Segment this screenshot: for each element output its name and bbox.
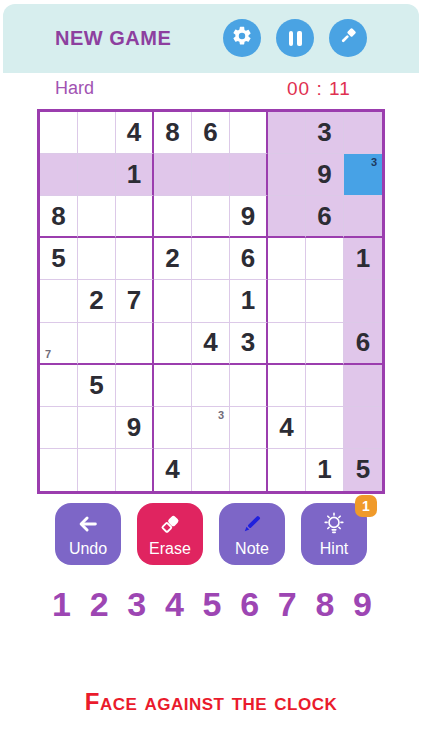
cell-r4c9[interactable]: 1 <box>344 238 382 280</box>
gear-icon <box>231 25 253 51</box>
cell-r3c3[interactable] <box>116 196 154 238</box>
cell-r6c7[interactable] <box>268 323 306 365</box>
cell-r7c7[interactable] <box>268 365 306 407</box>
cell-r4c1[interactable]: 5 <box>40 238 78 280</box>
number-pad: 123456789 <box>52 584 372 625</box>
cell-r1c1[interactable] <box>40 112 78 154</box>
cell-r9c9[interactable]: 5 <box>344 449 382 491</box>
cell-r4c7[interactable] <box>268 238 306 280</box>
footer-tagline: Face against the clock <box>0 688 422 716</box>
erase-button[interactable]: Erase <box>137 503 203 565</box>
cell-r7c1[interactable] <box>40 365 78 407</box>
cell-r5c7[interactable] <box>268 280 306 322</box>
cell-r9c6[interactable] <box>230 449 268 491</box>
page-title: NEW GAME <box>55 27 171 50</box>
cell-r5c8[interactable] <box>306 280 344 322</box>
cell-r9c4[interactable]: 4 <box>154 449 192 491</box>
numpad-4[interactable]: 4 <box>165 584 184 625</box>
cell-r3c6[interactable]: 9 <box>230 196 268 238</box>
cell-r8c5[interactable]: 3 <box>192 407 230 449</box>
pencil-note: 7 <box>45 349 51 360</box>
cell-r2c9[interactable]: 3 <box>344 154 382 196</box>
hint-label: Hint <box>320 540 348 558</box>
cell-r6c9[interactable]: 6 <box>344 323 382 365</box>
cell-r7c2[interactable]: 5 <box>78 365 116 407</box>
cell-r6c6[interactable]: 3 <box>230 323 268 365</box>
numpad-8[interactable]: 8 <box>315 584 334 625</box>
cell-r7c3[interactable] <box>116 365 154 407</box>
cell-r1c2[interactable] <box>78 112 116 154</box>
cell-r6c8[interactable] <box>306 323 344 365</box>
cell-r5c4[interactable] <box>154 280 192 322</box>
cell-r3c5[interactable] <box>192 196 230 238</box>
cell-r1c9[interactable] <box>344 112 382 154</box>
cell-r6c3[interactable] <box>116 323 154 365</box>
undo-arrow-icon <box>75 508 101 540</box>
cell-r6c2[interactable] <box>78 323 116 365</box>
cell-r6c5[interactable]: 4 <box>192 323 230 365</box>
undo-label: Undo <box>69 540 107 558</box>
cell-r5c2[interactable]: 2 <box>78 280 116 322</box>
pencil-icon <box>239 508 265 540</box>
cell-r3c1[interactable]: 8 <box>40 196 78 238</box>
cell-r3c8[interactable]: 6 <box>306 196 344 238</box>
cell-r7c5[interactable] <box>192 365 230 407</box>
cell-r8c3[interactable]: 9 <box>116 407 154 449</box>
cell-r5c3[interactable]: 7 <box>116 280 154 322</box>
cell-r1c7[interactable] <box>268 112 306 154</box>
cell-r2c4[interactable] <box>154 154 192 196</box>
cell-r4c4[interactable]: 2 <box>154 238 192 280</box>
cell-r8c4[interactable] <box>154 407 192 449</box>
numpad-3[interactable]: 3 <box>127 584 146 625</box>
timer: 00 : 11 <box>287 78 351 100</box>
cell-r2c8[interactable]: 9 <box>306 154 344 196</box>
cell-r1c3[interactable]: 4 <box>116 112 154 154</box>
cell-r9c2[interactable] <box>78 449 116 491</box>
numpad-7[interactable]: 7 <box>278 584 297 625</box>
cell-r1c5[interactable]: 6 <box>192 112 230 154</box>
eraser-icon <box>157 508 183 540</box>
pencil-note: 3 <box>371 157 377 168</box>
cell-r9c8[interactable]: 1 <box>306 449 344 491</box>
note-button[interactable]: Note <box>219 503 285 565</box>
hint-button[interactable]: Hint 1 <box>301 503 367 565</box>
note-label: Note <box>235 540 269 558</box>
cell-r7c4[interactable] <box>154 365 192 407</box>
cell-r9c5[interactable] <box>192 449 230 491</box>
cell-r6c1[interactable]: 7 <box>40 323 78 365</box>
pause-icon <box>289 31 302 46</box>
cell-r8c9[interactable] <box>344 407 382 449</box>
pause-button[interactable] <box>276 19 314 57</box>
cell-r9c3[interactable] <box>116 449 154 491</box>
cell-r3c4[interactable] <box>154 196 192 238</box>
numpad-2[interactable]: 2 <box>90 584 109 625</box>
numpad-9[interactable]: 9 <box>353 584 372 625</box>
cell-r8c7[interactable]: 4 <box>268 407 306 449</box>
cell-r1c8[interactable]: 3 <box>306 112 344 154</box>
cell-r9c1[interactable] <box>40 449 78 491</box>
numpad-5[interactable]: 5 <box>203 584 222 625</box>
numpad-6[interactable]: 6 <box>240 584 259 625</box>
cell-r5c5[interactable] <box>192 280 230 322</box>
cell-r8c2[interactable] <box>78 407 116 449</box>
cell-r3c9[interactable] <box>344 196 382 238</box>
cell-r1c6[interactable] <box>230 112 268 154</box>
pencil-note: 3 <box>218 410 224 421</box>
cell-r2c7[interactable] <box>268 154 306 196</box>
erase-label: Erase <box>149 540 191 558</box>
cell-r1c4[interactable]: 8 <box>154 112 192 154</box>
cell-r2c6[interactable] <box>230 154 268 196</box>
cell-r8c1[interactable] <box>40 407 78 449</box>
cell-r2c1[interactable] <box>40 154 78 196</box>
cell-r4c3[interactable] <box>116 238 154 280</box>
cell-r8c6[interactable] <box>230 407 268 449</box>
cell-r4c6[interactable]: 6 <box>230 238 268 280</box>
cell-r7c6[interactable] <box>230 365 268 407</box>
cell-r3c7[interactable] <box>268 196 306 238</box>
cell-r7c9[interactable] <box>344 365 382 407</box>
cell-r6c4[interactable] <box>154 323 192 365</box>
cell-r9c7[interactable] <box>268 449 306 491</box>
cell-r5c1[interactable] <box>40 280 78 322</box>
paintbrush-icon <box>337 25 359 51</box>
cell-r4c5[interactable] <box>192 238 230 280</box>
cell-r5c9[interactable] <box>344 280 382 322</box>
app-header: NEW GAME <box>3 4 419 73</box>
theme-button[interactable] <box>329 19 367 57</box>
cell-r2c3[interactable]: 1 <box>116 154 154 196</box>
cell-r4c8[interactable] <box>306 238 344 280</box>
hint-count-badge: 1 <box>355 495 377 517</box>
cell-r7c8[interactable] <box>306 365 344 407</box>
cell-r2c5[interactable] <box>192 154 230 196</box>
settings-button[interactable] <box>223 19 261 57</box>
cell-r5c6[interactable]: 1 <box>230 280 268 322</box>
cell-r8c8[interactable] <box>306 407 344 449</box>
cell-r4c2[interactable] <box>78 238 116 280</box>
difficulty-label: Hard <box>55 78 94 99</box>
action-toolbar: Undo Erase Note <box>55 503 367 565</box>
undo-button[interactable]: Undo <box>55 503 121 565</box>
sudoku-board: 4863193896526127174365934415 <box>37 109 385 494</box>
cell-r3c2[interactable] <box>78 196 116 238</box>
cell-r2c2[interactable] <box>78 154 116 196</box>
numpad-1[interactable]: 1 <box>52 584 71 625</box>
lightbulb-icon <box>321 508 347 540</box>
